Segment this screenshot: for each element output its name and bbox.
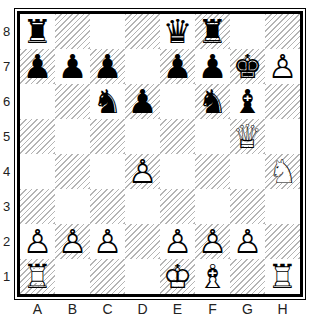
square-g4[interactable] xyxy=(230,154,265,189)
piece-white-pawn-icon: ♟ xyxy=(55,224,90,259)
piece-white-pawn-icon: ♟ xyxy=(90,224,125,259)
square-h4[interactable]: ♞♘ xyxy=(265,154,300,189)
square-f6[interactable]: ♞ xyxy=(195,84,230,119)
square-d6[interactable]: ♟ xyxy=(125,84,160,119)
square-e7[interactable]: ♟ xyxy=(160,49,195,84)
piece-white-pawn-icon: ♟ xyxy=(230,224,265,259)
file-label-e: E xyxy=(160,300,195,318)
piece-white-rook-icon: ♜ xyxy=(20,259,55,294)
square-e6[interactable] xyxy=(160,84,195,119)
piece-black-knight-icon: ♞ xyxy=(195,84,230,119)
square-b5[interactable] xyxy=(55,119,90,154)
piece-white-pawn-icon: ♟ xyxy=(195,224,230,259)
piece-white-king-icon: ♚ xyxy=(160,259,195,294)
piece-white-bishop-outline-icon: ♗ xyxy=(195,259,230,294)
piece-white-pawn-outline-icon: ♙ xyxy=(230,224,265,259)
square-d8[interactable] xyxy=(125,14,160,49)
square-g7[interactable]: ♚ xyxy=(230,49,265,84)
square-f3[interactable] xyxy=(195,189,230,224)
piece-white-pawn-outline-icon: ♙ xyxy=(55,224,90,259)
square-h5[interactable] xyxy=(265,119,300,154)
piece-white-queen-outline-icon: ♕ xyxy=(230,119,265,154)
square-a6[interactable] xyxy=(20,84,55,119)
file-label-b: B xyxy=(55,300,90,318)
square-c3[interactable] xyxy=(90,189,125,224)
square-c8[interactable] xyxy=(90,14,125,49)
piece-white-pawn-icon: ♟ xyxy=(265,49,300,84)
square-h7[interactable]: ♟♙ xyxy=(265,49,300,84)
square-a7[interactable]: ♟ xyxy=(20,49,55,84)
rank-label-6: 6 xyxy=(0,84,13,119)
piece-black-queen-icon: ♛ xyxy=(160,14,195,49)
square-e8[interactable]: ♛ xyxy=(160,14,195,49)
board-inner-frame: ♜♛♜♟♟♟♟♟♚♟♙♞♟♞♝♛♕♟♙♞♘♟♙♟♙♟♙♟♙♟♙♟♙♜♖♚♔♝♗♜… xyxy=(17,11,303,297)
square-b3[interactable] xyxy=(55,189,90,224)
piece-white-pawn-icon: ♟ xyxy=(160,224,195,259)
file-label-g: G xyxy=(230,300,265,318)
square-e5[interactable] xyxy=(160,119,195,154)
piece-white-pawn-outline-icon: ♙ xyxy=(90,224,125,259)
square-c1[interactable] xyxy=(90,259,125,294)
square-d3[interactable] xyxy=(125,189,160,224)
chess-board: ♜♛♜♟♟♟♟♟♚♟♙♞♟♞♝♛♕♟♙♞♘♟♙♟♙♟♙♟♙♟♙♟♙♜♖♚♔♝♗♜… xyxy=(20,14,300,294)
file-label-d: D xyxy=(125,300,160,318)
piece-white-king-outline-icon: ♔ xyxy=(160,259,195,294)
rank-label-2: 2 xyxy=(0,224,13,259)
square-c2[interactable]: ♟♙ xyxy=(90,224,125,259)
square-f8[interactable]: ♜ xyxy=(195,14,230,49)
square-g1[interactable] xyxy=(230,259,265,294)
piece-black-pawn-icon: ♟ xyxy=(20,49,55,84)
square-d4[interactable]: ♟♙ xyxy=(125,154,160,189)
square-b7[interactable]: ♟ xyxy=(55,49,90,84)
square-e1[interactable]: ♚♔ xyxy=(160,259,195,294)
file-label-c: C xyxy=(90,300,125,318)
square-a4[interactable] xyxy=(20,154,55,189)
piece-white-queen-icon: ♛ xyxy=(230,119,265,154)
square-g5[interactable]: ♛♕ xyxy=(230,119,265,154)
square-f1[interactable]: ♝♗ xyxy=(195,259,230,294)
square-g3[interactable] xyxy=(230,189,265,224)
piece-white-pawn-outline-icon: ♙ xyxy=(20,224,55,259)
square-h1[interactable]: ♜♖ xyxy=(265,259,300,294)
square-e4[interactable] xyxy=(160,154,195,189)
file-label-a: A xyxy=(20,300,55,318)
piece-black-king-icon: ♚ xyxy=(230,49,265,84)
piece-white-pawn-outline-icon: ♙ xyxy=(195,224,230,259)
square-c6[interactable]: ♞ xyxy=(90,84,125,119)
piece-black-rook-icon: ♜ xyxy=(195,14,230,49)
square-d7[interactable] xyxy=(125,49,160,84)
file-labels: ABCDEFGH xyxy=(14,300,300,318)
rank-labels: 87654321 xyxy=(0,8,13,294)
rank-label-8: 8 xyxy=(0,14,13,49)
piece-black-pawn-icon: ♟ xyxy=(55,49,90,84)
square-a8[interactable]: ♜ xyxy=(20,14,55,49)
piece-white-pawn-icon: ♟ xyxy=(125,154,160,189)
piece-black-pawn-icon: ♟ xyxy=(125,84,160,119)
square-b4[interactable] xyxy=(55,154,90,189)
square-a2[interactable]: ♟♙ xyxy=(20,224,55,259)
piece-black-pawn-icon: ♟ xyxy=(195,49,230,84)
piece-white-pawn-outline-icon: ♙ xyxy=(125,154,160,189)
square-g8[interactable] xyxy=(230,14,265,49)
square-b2[interactable]: ♟♙ xyxy=(55,224,90,259)
square-f7[interactable]: ♟ xyxy=(195,49,230,84)
square-c4[interactable] xyxy=(90,154,125,189)
square-g2[interactable]: ♟♙ xyxy=(230,224,265,259)
piece-white-knight-outline-icon: ♘ xyxy=(265,154,300,189)
square-c5[interactable] xyxy=(90,119,125,154)
piece-white-knight-icon: ♞ xyxy=(265,154,300,189)
piece-white-rook-outline-icon: ♖ xyxy=(265,259,300,294)
square-g6[interactable]: ♝ xyxy=(230,84,265,119)
chess-diagram: 87654321 ♜♛♜♟♟♟♟♟♚♟♙♞♟♞♝♛♕♟♙♞♘♟♙♟♙♟♙♟♙♟♙… xyxy=(0,0,314,320)
square-d2[interactable] xyxy=(125,224,160,259)
rank-label-3: 3 xyxy=(0,189,13,224)
square-f4[interactable] xyxy=(195,154,230,189)
square-a1[interactable]: ♜♖ xyxy=(20,259,55,294)
file-label-f: F xyxy=(195,300,230,318)
file-label-h: H xyxy=(265,300,300,318)
rank-label-4: 4 xyxy=(0,154,13,189)
piece-white-pawn-outline-icon: ♙ xyxy=(160,224,195,259)
square-c7[interactable]: ♟ xyxy=(90,49,125,84)
square-e3[interactable] xyxy=(160,189,195,224)
square-f5[interactable] xyxy=(195,119,230,154)
piece-white-pawn-outline-icon: ♙ xyxy=(265,49,300,84)
board-outer-frame: ♜♛♜♟♟♟♟♟♚♟♙♞♟♞♝♛♕♟♙♞♘♟♙♟♙♟♙♟♙♟♙♟♙♜♖♚♔♝♗♜… xyxy=(14,8,306,300)
square-d5[interactable] xyxy=(125,119,160,154)
square-b6[interactable] xyxy=(55,84,90,119)
piece-white-bishop-icon: ♝ xyxy=(195,259,230,294)
piece-black-bishop-icon: ♝ xyxy=(230,84,265,119)
piece-white-rook-outline-icon: ♖ xyxy=(20,259,55,294)
piece-white-pawn-icon: ♟ xyxy=(20,224,55,259)
square-d1[interactable] xyxy=(125,259,160,294)
square-e2[interactable]: ♟♙ xyxy=(160,224,195,259)
piece-white-rook-icon: ♜ xyxy=(265,259,300,294)
square-h3[interactable] xyxy=(265,189,300,224)
rank-label-5: 5 xyxy=(0,119,13,154)
piece-black-pawn-icon: ♟ xyxy=(160,49,195,84)
square-f2[interactable]: ♟♙ xyxy=(195,224,230,259)
square-b1[interactable] xyxy=(55,259,90,294)
rank-label-7: 7 xyxy=(0,49,13,84)
piece-black-pawn-icon: ♟ xyxy=(90,49,125,84)
square-h6[interactable] xyxy=(265,84,300,119)
piece-black-rook-icon: ♜ xyxy=(20,14,55,49)
square-h8[interactable] xyxy=(265,14,300,49)
square-a3[interactable] xyxy=(20,189,55,224)
piece-black-knight-icon: ♞ xyxy=(90,84,125,119)
square-a5[interactable] xyxy=(20,119,55,154)
square-h2[interactable] xyxy=(265,224,300,259)
square-b8[interactable] xyxy=(55,14,90,49)
rank-label-1: 1 xyxy=(0,259,13,294)
